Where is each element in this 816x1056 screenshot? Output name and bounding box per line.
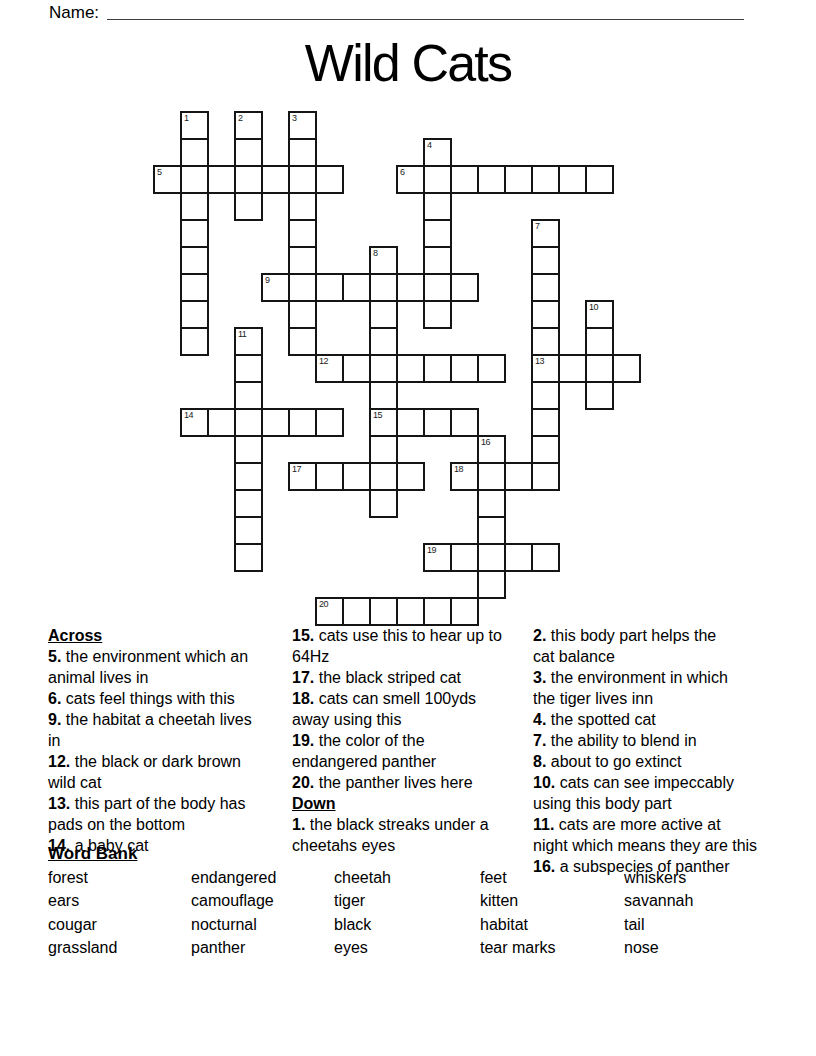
word-bank-item: habitat [480, 913, 624, 936]
grid-cell[interactable] [531, 246, 560, 275]
word-bank-item: tail [624, 913, 776, 936]
grid-cell[interactable]: 7 [531, 219, 560, 248]
grid-cell[interactable] [180, 192, 209, 221]
clue-9: 9. the habitat a cheetah livesin [48, 709, 288, 751]
grid-cell[interactable] [396, 462, 425, 491]
grid-cell[interactable] [180, 327, 209, 356]
grid-cell[interactable] [207, 165, 236, 194]
grid-cell[interactable] [234, 192, 263, 221]
grid-cell[interactable] [288, 327, 317, 356]
word-bank-item: grassland [48, 936, 191, 959]
clue-4: 4. the spotted cat [533, 709, 809, 730]
grid-cell[interactable] [396, 354, 425, 383]
clue-3: 3. the environment in whichthe tiger liv… [533, 667, 809, 709]
grid-cell[interactable] [612, 354, 641, 383]
grid-cell[interactable]: 13 [531, 354, 560, 383]
grid-cell[interactable] [423, 597, 452, 626]
grid-cell[interactable] [585, 354, 614, 383]
clue-19: 19. the color of theendangered panther [292, 730, 530, 772]
grid-cell[interactable] [369, 300, 398, 329]
grid-cell[interactable] [342, 273, 371, 302]
grid-cell[interactable] [234, 435, 263, 464]
clue-2: 2. this body part helps thecat balance [533, 625, 809, 667]
grid-cell[interactable] [369, 435, 398, 464]
grid-cell[interactable] [180, 300, 209, 329]
name-input-line[interactable] [107, 0, 744, 20]
word-bank-item: whiskers [624, 866, 776, 889]
grid-cell[interactable] [288, 192, 317, 221]
grid-cell[interactable] [450, 408, 479, 437]
grid-cell[interactable] [288, 246, 317, 275]
clue-number: 2 [238, 114, 243, 123]
grid-cell[interactable] [531, 165, 560, 194]
grid-cell[interactable] [369, 354, 398, 383]
grid-cell[interactable] [369, 462, 398, 491]
clue-6: 6. cats feel things with this [48, 688, 288, 709]
grid-cell[interactable] [585, 381, 614, 410]
clue-5: 5. the environment which ananimal lives … [48, 646, 288, 688]
word-bank-words: forestendangeredcheetahfeetwhiskersearsc… [48, 866, 776, 959]
grid-cell[interactable] [477, 462, 506, 491]
clue-number: 6 [400, 168, 405, 177]
clue-13: 13. this part of the body haspads on the… [48, 793, 288, 835]
grid-cell[interactable]: 11 [234, 327, 263, 356]
grid-cell[interactable]: 14 [180, 408, 209, 437]
grid-cell[interactable] [531, 435, 560, 464]
grid-cell[interactable] [369, 273, 398, 302]
word-bank-item: tiger [334, 889, 480, 912]
clue-column-2: 15. cats use this to hear up to64Hz17. t… [292, 625, 530, 856]
word-bank-item: black [334, 913, 480, 936]
grid-cell[interactable] [369, 381, 398, 410]
grid-cell[interactable]: 1 [180, 111, 209, 140]
grid-cell[interactable] [342, 597, 371, 626]
clue-number: 8 [373, 249, 378, 258]
grid-cell[interactable] [234, 462, 263, 491]
grid-cell[interactable] [450, 165, 479, 194]
grid-cell[interactable] [423, 192, 452, 221]
word-bank-item: ears [48, 889, 191, 912]
grid-cell[interactable]: 19 [423, 543, 452, 572]
grid-cell[interactable] [369, 489, 398, 518]
word-bank-item: endangered [191, 866, 334, 889]
word-bank-item: nocturnal [191, 913, 334, 936]
grid-cell[interactable] [585, 165, 614, 194]
grid-cell[interactable] [234, 138, 263, 167]
clue-number: 1 [184, 114, 189, 123]
grid-cell[interactable] [477, 354, 506, 383]
grid-cell[interactable] [369, 597, 398, 626]
crossword-grid[interactable]: 1234567891011121314151617181920 [153, 111, 641, 626]
clue-15: 15. cats use this to hear up to64Hz [292, 625, 530, 667]
clue-number: 14 [184, 411, 193, 420]
grid-cell[interactable] [261, 165, 290, 194]
grid-cell[interactable] [234, 408, 263, 437]
grid-cell[interactable]: 8 [369, 246, 398, 275]
grid-cell[interactable] [450, 354, 479, 383]
grid-cell[interactable] [558, 354, 587, 383]
grid-cell[interactable]: 9 [261, 273, 290, 302]
grid-cell[interactable]: 20 [315, 597, 344, 626]
grid-cell[interactable] [207, 408, 236, 437]
clue-number: 18 [454, 465, 463, 474]
clue-number: 15 [373, 411, 382, 420]
grid-cell[interactable]: 2 [234, 111, 263, 140]
grid-cell[interactable] [504, 462, 533, 491]
grid-cell[interactable] [477, 165, 506, 194]
grid-cell[interactable]: 15 [369, 408, 398, 437]
word-bank-item: nose [624, 936, 776, 959]
word-bank-item: savannah [624, 889, 776, 912]
word-bank-item: kitten [480, 889, 624, 912]
grid-cell[interactable] [288, 408, 317, 437]
clues-across-header: Across [48, 625, 288, 646]
worksheet-page: Name: Wild Cats 123456789101112131415161… [0, 0, 816, 1056]
word-bank-item: panther [191, 936, 334, 959]
word-bank-item: cheetah [334, 866, 480, 889]
grid-cell[interactable] [396, 273, 425, 302]
clue-7: 7. the ability to blend in [533, 730, 809, 751]
grid-cell[interactable] [180, 219, 209, 248]
grid-cell[interactable] [531, 408, 560, 437]
word-bank-item: eyes [334, 936, 480, 959]
clue-number: 9 [265, 276, 270, 285]
grid-cell[interactable] [423, 300, 452, 329]
grid-cell[interactable] [369, 327, 398, 356]
word-bank-item: feet [480, 866, 624, 889]
word-bank-item: camouflage [191, 889, 334, 912]
grid-cell[interactable] [234, 516, 263, 545]
clue-10: 10. cats can see impeccablyusing this bo… [533, 772, 809, 814]
grid-cell[interactable] [423, 273, 452, 302]
clue-17: 17. the black striped cat [292, 667, 530, 688]
grid-cell[interactable] [180, 273, 209, 302]
grid-cell[interactable] [315, 273, 344, 302]
grid-cell[interactable] [531, 462, 560, 491]
word-bank-item: tear marks [480, 936, 624, 959]
grid-cell[interactable] [342, 462, 371, 491]
clue-number: 7 [535, 222, 540, 231]
grid-cell[interactable] [342, 354, 371, 383]
word-bank-title: Word Bank [48, 843, 137, 864]
grid-cell[interactable] [234, 354, 263, 383]
grid-cell[interactable] [531, 327, 560, 356]
clue-number: 17 [292, 465, 301, 474]
grid-cell[interactable]: 4 [423, 138, 452, 167]
grid-cell[interactable] [423, 408, 452, 437]
grid-cell[interactable]: 17 [288, 462, 317, 491]
clue-column-3: 2. this body part helps thecat balance3.… [533, 625, 809, 877]
clue-number: 20 [319, 600, 328, 609]
clue-1: 1. the black streaks under acheetahs eye… [292, 814, 530, 856]
clue-11: 11. cats are more active atnight which m… [533, 814, 809, 856]
grid-cell[interactable] [423, 165, 452, 194]
clue-number: 3 [292, 114, 297, 123]
grid-cell[interactable] [423, 354, 452, 383]
grid-cell[interactable] [396, 408, 425, 437]
grid-cell[interactable] [288, 273, 317, 302]
word-bank-item: cougar [48, 913, 191, 936]
grid-cell[interactable] [450, 543, 479, 572]
clues-down-header: Down [292, 793, 530, 814]
grid-cell[interactable] [477, 489, 506, 518]
grid-cell[interactable]: 12 [315, 354, 344, 383]
clue-number: 19 [427, 546, 436, 555]
grid-cell[interactable] [234, 165, 263, 194]
grid-cell[interactable]: 10 [585, 300, 614, 329]
clue-number: 11 [238, 330, 246, 339]
word-bank-item: forest [48, 866, 191, 889]
clue-18: 18. cats can smell 100ydsaway using this [292, 688, 530, 730]
grid-cell[interactable] [531, 543, 560, 572]
grid-cell[interactable] [180, 165, 209, 194]
clue-column-1: Across5. the environment which ananimal … [48, 625, 288, 856]
grid-cell[interactable] [531, 381, 560, 410]
grid-cell[interactable] [504, 165, 533, 194]
grid-cell[interactable] [504, 543, 533, 572]
grid-cell[interactable] [315, 408, 344, 437]
grid-cell[interactable] [585, 327, 614, 356]
grid-cell[interactable] [531, 300, 560, 329]
clue-number: 10 [589, 303, 598, 312]
grid-cell[interactable] [477, 543, 506, 572]
clue-number: 12 [319, 357, 328, 366]
grid-cell[interactable] [180, 246, 209, 275]
clue-number: 13 [535, 357, 544, 366]
clue-20: 20. the panther lives here [292, 772, 530, 793]
clue-number: 5 [157, 168, 162, 177]
grid-cell[interactable]: 16 [477, 435, 506, 464]
grid-cell[interactable] [234, 381, 263, 410]
grid-cell[interactable] [423, 246, 452, 275]
grid-cell[interactable] [315, 165, 344, 194]
grid-cell[interactable] [234, 543, 263, 572]
grid-cell[interactable] [261, 408, 290, 437]
grid-cell[interactable] [477, 570, 506, 599]
clue-number: 16 [481, 438, 490, 447]
clue-12: 12. the black or dark brownwild cat [48, 751, 288, 793]
grid-cell[interactable] [558, 165, 587, 194]
clue-number: 4 [427, 141, 432, 150]
page-title: Wild Cats [0, 36, 816, 90]
grid-cell[interactable] [423, 219, 452, 248]
grid-cell[interactable] [450, 597, 479, 626]
grid-cell[interactable]: 18 [450, 462, 479, 491]
grid-cell[interactable]: 6 [396, 165, 425, 194]
grid-cell[interactable] [288, 165, 317, 194]
grid-cell[interactable] [450, 273, 479, 302]
grid-cell[interactable] [234, 489, 263, 518]
grid-cell[interactable] [288, 219, 317, 248]
clue-8: 8. about to go extinct [533, 751, 809, 772]
grid-cell[interactable] [477, 516, 506, 545]
grid-cell[interactable] [288, 138, 317, 167]
name-label: Name: [49, 3, 99, 23]
grid-cell[interactable] [288, 300, 317, 329]
grid-cell[interactable] [531, 273, 560, 302]
grid-cell[interactable]: 3 [288, 111, 317, 140]
grid-cell[interactable] [396, 597, 425, 626]
grid-cell[interactable]: 5 [153, 165, 182, 194]
grid-cell[interactable] [315, 462, 344, 491]
grid-cell[interactable] [180, 138, 209, 167]
